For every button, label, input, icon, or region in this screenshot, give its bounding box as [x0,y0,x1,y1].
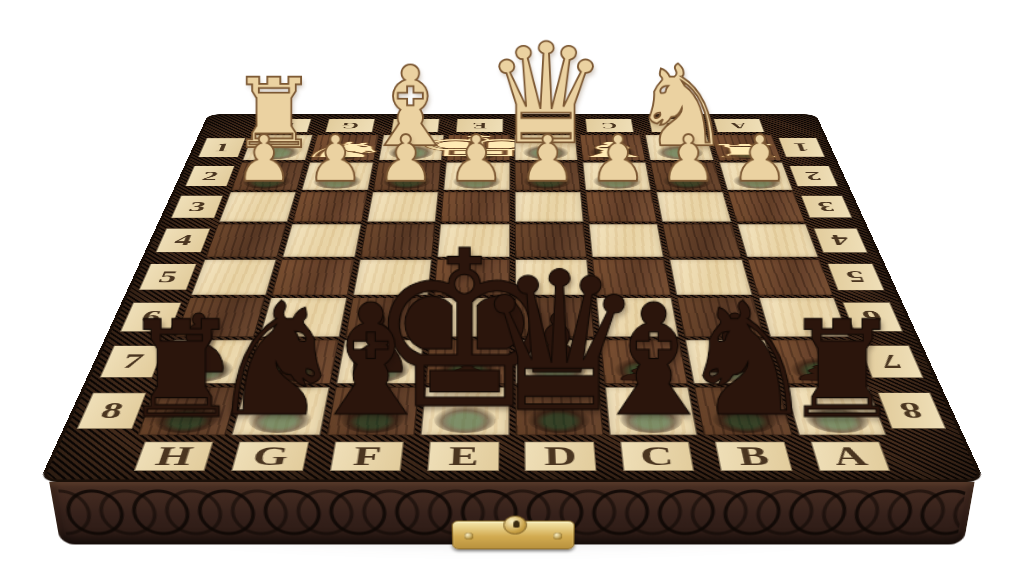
file-label-g-near: G [232,442,310,472]
white-pawn-e2[interactable]: ♟ [448,129,505,190]
square-h2[interactable]: ♟ [231,162,305,190]
square-f8[interactable]: ♝ [326,387,419,435]
file-label-h-near: H [134,442,214,472]
frame-cell-file-d-near: D [515,439,607,474]
frame-cell-file-e-near: E [417,439,509,474]
square-a4[interactable] [737,224,819,257]
rank-label-2-left: 2 [185,166,234,186]
board-front-edge [49,482,975,545]
file-label-b-near: B [715,442,793,472]
frame-cell-file-g-near: G [221,439,320,474]
brass-latch-icon[interactable] [452,521,575,550]
frame-cell-file-b-near: B [705,439,804,474]
rank-label-4-right: 4 [814,228,868,252]
rank-label-3-right: 3 [801,196,853,218]
product-photo-stage: HGFEDCBA1♜♞♝♚♛♝♞♜12♟♟♟♟♟♟♟♟2334455667♟♟♟… [0,0,1024,576]
square-c2[interactable]: ♟ [582,162,651,190]
frame-cell-rank-2-right: 2 [787,162,842,190]
rank-label-5-right: 5 [828,264,885,291]
keyhole-icon [513,521,519,528]
white-pawn-f2[interactable]: ♟ [377,129,434,190]
frame-cell-rank-3-left: 3 [168,192,225,222]
rank-label-2-right: 2 [789,166,838,186]
square-g2[interactable]: ♟ [302,162,374,190]
white-pawn-c2[interactable]: ♟ [589,129,646,190]
white-pawn-h2[interactable]: ♟ [236,129,293,190]
square-c3[interactable] [585,192,657,222]
square-g3[interactable] [293,192,368,222]
square-c8[interactable]: ♝ [605,387,698,435]
square-h3[interactable] [219,192,297,222]
frame-cell-file-h-near: H [122,439,224,474]
square-b2[interactable]: ♟ [651,162,723,190]
chess-board: HGFEDCBA1♜♞♝♚♛♝♞♜12♟♟♟♟♟♟♟♟2334455667♟♟♟… [39,114,985,481]
frame-cell-file-a-near: A [799,439,901,474]
file-label-f-near: F [329,442,404,472]
latch-knob-icon [503,516,527,535]
latch-screw-icon [553,532,562,539]
square-b3[interactable] [656,192,731,222]
white-pawn-b2[interactable]: ♟ [660,129,717,190]
square-b4[interactable] [663,224,742,257]
latch-screw-icon [464,532,473,539]
square-e2[interactable]: ♟ [443,162,509,190]
square-f2[interactable]: ♟ [373,162,442,190]
frame-cell-rank-4-left: 4 [153,224,214,257]
frame-corner [55,439,130,474]
square-g4[interactable] [283,224,362,257]
square-a3[interactable] [727,192,805,222]
square-d2[interactable]: ♟ [514,162,580,190]
file-label-a-near: A [810,442,890,472]
white-pawn-d2[interactable]: ♟ [519,129,576,190]
frame-cell-rank-2-left: 2 [182,162,237,190]
file-label-d-near: D [525,442,597,472]
frame-cell-file-f-near: F [319,439,414,474]
rank-label-3-left: 3 [171,196,223,218]
board-grid: HGFEDCBA1♜♞♝♚♛♝♞♜12♟♟♟♟♟♟♟♟2334455667♟♟♟… [39,114,985,481]
white-pawn-a2[interactable]: ♟ [731,129,788,190]
square-a2[interactable]: ♟ [719,162,793,190]
rank-label-4-left: 4 [156,228,210,252]
scene-3d: HGFEDCBA1♜♞♝♚♛♝♞♜12♟♟♟♟♟♟♟♟2334455667♟♟♟… [0,0,1024,576]
frame-cell-rank-5-left: 5 [135,259,199,295]
square-h4[interactable] [205,224,287,257]
frame-corner [894,439,969,474]
black-bishop-f8[interactable]: ♝ [302,288,440,434]
white-pawn-g2[interactable]: ♟ [306,129,363,190]
black-bishop-c8[interactable]: ♝ [585,288,723,434]
rank-label-5-left: 5 [139,264,196,291]
frame-cell-file-c-near: C [610,439,705,474]
frame-cell-rank-5-right: 5 [824,259,888,295]
file-label-c-near: C [620,442,695,472]
frame-cell-rank-3-right: 3 [798,192,855,222]
file-label-e-near: E [427,442,499,472]
frame-cell-rank-4-right: 4 [811,224,872,257]
